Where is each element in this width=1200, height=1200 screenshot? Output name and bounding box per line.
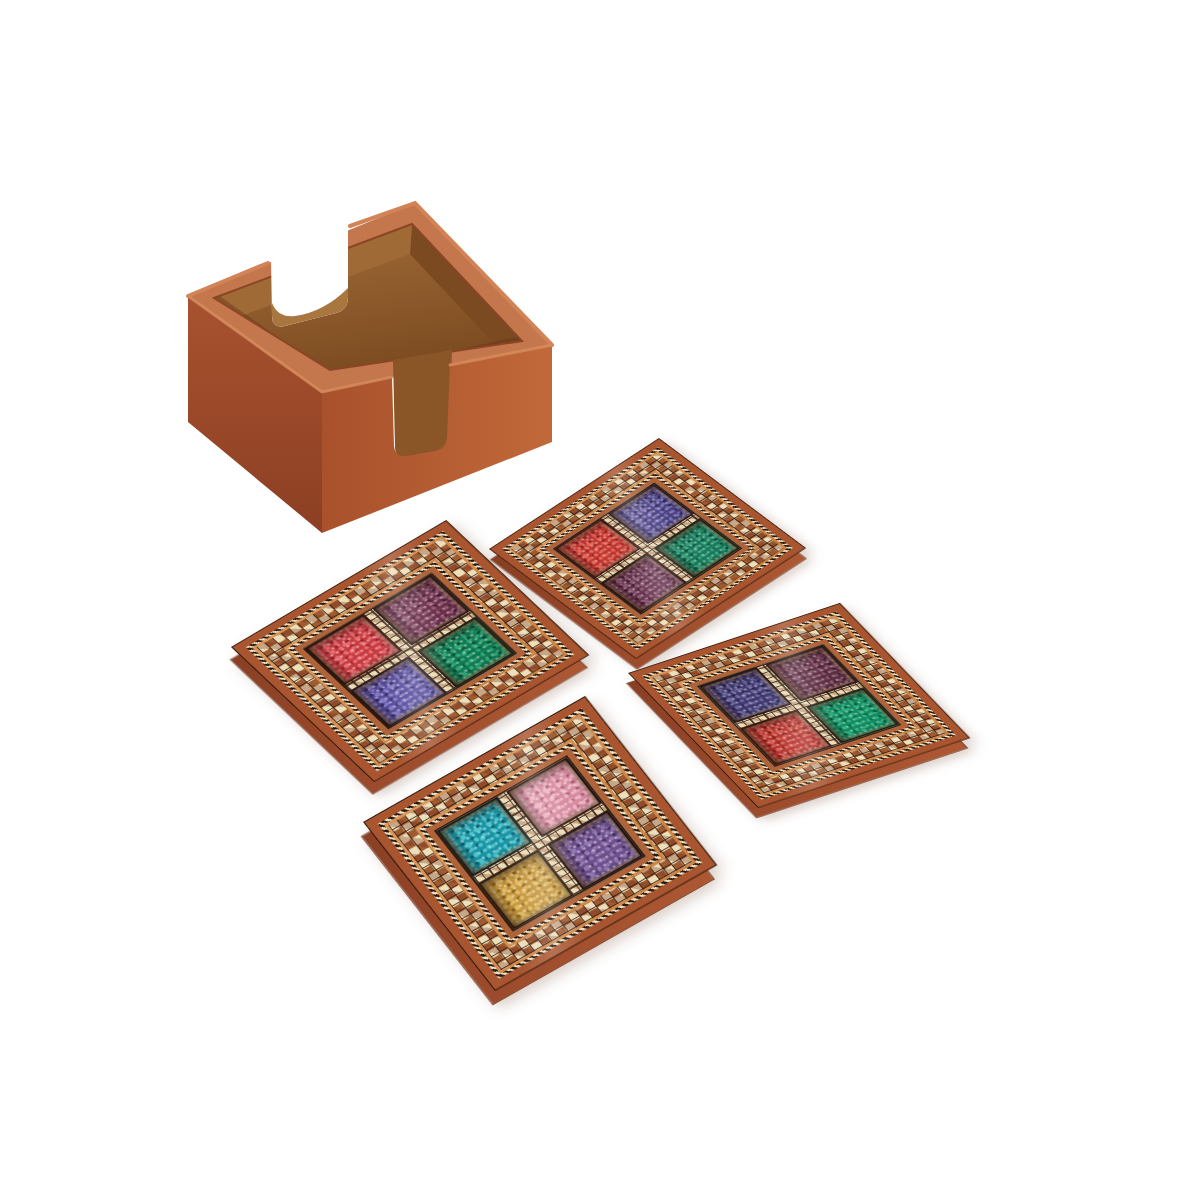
box-front-notch-reveal — [393, 350, 452, 459]
product-photo-canvas — [0, 0, 1200, 1200]
